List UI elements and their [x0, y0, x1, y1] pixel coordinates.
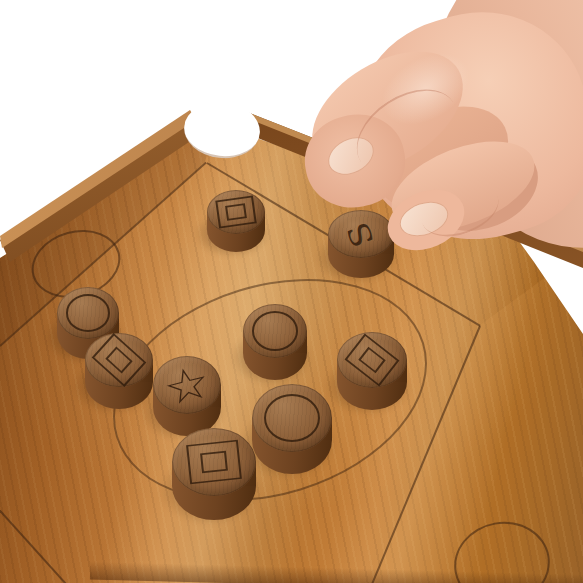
- hand: [0, 0, 583, 583]
- scene: S☆: [0, 0, 583, 583]
